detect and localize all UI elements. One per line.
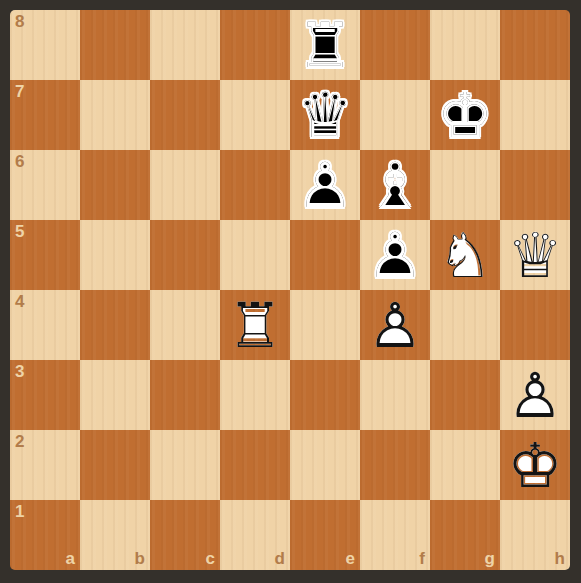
square-f3[interactable] xyxy=(360,360,430,430)
square-g1[interactable]: g xyxy=(430,500,500,570)
square-c2[interactable] xyxy=(150,430,220,500)
square-a1[interactable]: 1a xyxy=(10,500,80,570)
piece-black-bishop[interactable]: ♝♗ xyxy=(360,150,430,220)
board-frame: 8♜♖7♛♕♚♔6♟♙♝♗5♟♙♞♘♛♕4♜♖♟♙3♟♙2♚♔1abcdefgh xyxy=(0,0,581,583)
white-pawn-outline-icon: ♙ xyxy=(500,360,570,430)
piece-white-pawn[interactable]: ♟♙ xyxy=(360,290,430,360)
square-f2[interactable] xyxy=(360,430,430,500)
square-e1[interactable]: e xyxy=(290,500,360,570)
square-f6[interactable]: ♝♗ xyxy=(360,150,430,220)
square-a7[interactable]: 7 xyxy=(10,80,80,150)
square-c6[interactable] xyxy=(150,150,220,220)
rank-label-2: 2 xyxy=(15,433,24,450)
file-label-f: f xyxy=(419,550,425,567)
black-queen-outline-icon: ♕ xyxy=(290,80,360,150)
square-d5[interactable] xyxy=(220,220,290,290)
square-b5[interactable] xyxy=(80,220,150,290)
black-pawn-outline-icon: ♙ xyxy=(290,150,360,220)
square-f7[interactable] xyxy=(360,80,430,150)
rank-label-5: 5 xyxy=(15,223,24,240)
square-e6[interactable]: ♟♙ xyxy=(290,150,360,220)
file-label-d: d xyxy=(275,550,285,567)
square-c4[interactable] xyxy=(150,290,220,360)
square-h5[interactable]: ♛♕ xyxy=(500,220,570,290)
chess-board: 8♜♖7♛♕♚♔6♟♙♝♗5♟♙♞♘♛♕4♜♖♟♙3♟♙2♚♔1abcdefgh xyxy=(10,10,570,570)
square-g3[interactable] xyxy=(430,360,500,430)
square-d4[interactable]: ♜♖ xyxy=(220,290,290,360)
square-a3[interactable]: 3 xyxy=(10,360,80,430)
square-h2[interactable]: ♚♔ xyxy=(500,430,570,500)
piece-white-pawn[interactable]: ♟♙ xyxy=(500,360,570,430)
rank-label-6: 6 xyxy=(15,153,24,170)
square-c5[interactable] xyxy=(150,220,220,290)
square-f1[interactable]: f xyxy=(360,500,430,570)
piece-black-rook[interactable]: ♜♖ xyxy=(290,10,360,80)
square-a8[interactable]: 8 xyxy=(10,10,80,80)
piece-black-king[interactable]: ♚♔ xyxy=(430,80,500,150)
square-b7[interactable] xyxy=(80,80,150,150)
square-c1[interactable]: c xyxy=(150,500,220,570)
square-h4[interactable] xyxy=(500,290,570,360)
file-label-h: h xyxy=(555,550,565,567)
piece-white-queen[interactable]: ♛♕ xyxy=(500,220,570,290)
piece-black-queen[interactable]: ♛♕ xyxy=(290,80,360,150)
square-h8[interactable] xyxy=(500,10,570,80)
file-label-e: e xyxy=(346,550,355,567)
square-e3[interactable] xyxy=(290,360,360,430)
black-king-outline-icon: ♔ xyxy=(430,80,500,150)
piece-black-pawn[interactable]: ♟♙ xyxy=(290,150,360,220)
file-label-c: c xyxy=(206,550,215,567)
square-b6[interactable] xyxy=(80,150,150,220)
square-d1[interactable]: d xyxy=(220,500,290,570)
square-a6[interactable]: 6 xyxy=(10,150,80,220)
square-c8[interactable] xyxy=(150,10,220,80)
square-f5[interactable]: ♟♙ xyxy=(360,220,430,290)
square-a5[interactable]: 5 xyxy=(10,220,80,290)
rank-label-1: 1 xyxy=(15,503,24,520)
black-pawn-outline-icon: ♙ xyxy=(360,220,430,290)
rank-label-3: 3 xyxy=(15,363,24,380)
square-g4[interactable] xyxy=(430,290,500,360)
black-rook-outline-icon: ♖ xyxy=(290,10,360,80)
square-e7[interactable]: ♛♕ xyxy=(290,80,360,150)
square-h6[interactable] xyxy=(500,150,570,220)
rank-label-7: 7 xyxy=(15,83,24,100)
white-queen-outline-icon: ♕ xyxy=(500,220,570,290)
square-h7[interactable] xyxy=(500,80,570,150)
square-a2[interactable]: 2 xyxy=(10,430,80,500)
piece-white-rook[interactable]: ♜♖ xyxy=(220,290,290,360)
square-a4[interactable]: 4 xyxy=(10,290,80,360)
rank-label-4: 4 xyxy=(15,293,24,310)
square-b3[interactable] xyxy=(80,360,150,430)
square-d6[interactable] xyxy=(220,150,290,220)
file-label-g: g xyxy=(485,550,495,567)
file-label-b: b xyxy=(135,550,145,567)
square-c3[interactable] xyxy=(150,360,220,430)
black-bishop-outline-icon: ♗ xyxy=(360,150,430,220)
square-e8[interactable]: ♜♖ xyxy=(290,10,360,80)
square-f4[interactable]: ♟♙ xyxy=(360,290,430,360)
square-d8[interactable] xyxy=(220,10,290,80)
piece-black-pawn[interactable]: ♟♙ xyxy=(360,220,430,290)
piece-white-knight[interactable]: ♞♘ xyxy=(430,220,500,290)
square-b4[interactable] xyxy=(80,290,150,360)
square-f8[interactable] xyxy=(360,10,430,80)
square-h3[interactable]: ♟♙ xyxy=(500,360,570,430)
white-knight-outline-icon: ♘ xyxy=(430,220,500,290)
square-d2[interactable] xyxy=(220,430,290,500)
square-b2[interactable] xyxy=(80,430,150,500)
square-d3[interactable] xyxy=(220,360,290,430)
square-h1[interactable]: h xyxy=(500,500,570,570)
white-pawn-outline-icon: ♙ xyxy=(360,290,430,360)
white-rook-outline-icon: ♖ xyxy=(220,290,290,360)
piece-white-king[interactable]: ♚♔ xyxy=(500,430,570,500)
square-g7[interactable]: ♚♔ xyxy=(430,80,500,150)
file-label-a: a xyxy=(66,550,75,567)
square-b1[interactable]: b xyxy=(80,500,150,570)
square-e2[interactable] xyxy=(290,430,360,500)
square-e4[interactable] xyxy=(290,290,360,360)
square-d7[interactable] xyxy=(220,80,290,150)
square-g8[interactable] xyxy=(430,10,500,80)
square-e5[interactable] xyxy=(290,220,360,290)
square-b8[interactable] xyxy=(80,10,150,80)
white-king-outline-icon: ♔ xyxy=(500,430,570,500)
square-g6[interactable] xyxy=(430,150,500,220)
square-g5[interactable]: ♞♘ xyxy=(430,220,500,290)
square-c7[interactable] xyxy=(150,80,220,150)
rank-label-8: 8 xyxy=(15,13,24,30)
square-g2[interactable] xyxy=(430,430,500,500)
